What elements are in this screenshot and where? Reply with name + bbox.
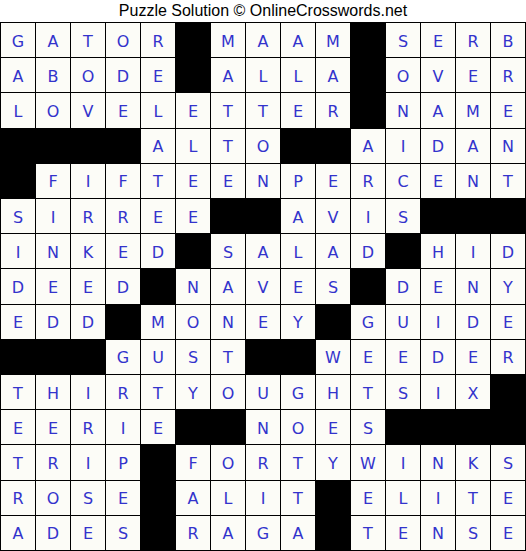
letter-cell: S: [316, 269, 350, 303]
letter-cell: R: [71, 410, 105, 444]
letter-cell: G: [281, 375, 315, 409]
letter-cell: D: [141, 234, 175, 268]
letter-cell: O: [36, 93, 70, 127]
crossword-solution-page: Puzzle Solution © OnlineCrosswords.net G…: [0, 0, 526, 551]
letter-cell: L: [281, 234, 315, 268]
block-cell: [281, 129, 315, 163]
letter-cell: T: [141, 164, 175, 198]
block-cell: [491, 199, 525, 233]
letter-cell: N: [491, 129, 525, 163]
letter-cell: E: [491, 305, 525, 339]
letter-cell: R: [316, 93, 350, 127]
letter-cell: E: [36, 269, 70, 303]
letter-cell: S: [176, 340, 210, 374]
letter-cell: L: [211, 481, 245, 515]
letter-cell: T: [491, 164, 525, 198]
letter-cell: A: [211, 516, 245, 550]
letter-cell: D: [456, 305, 490, 339]
letter-cell: E: [1, 305, 35, 339]
block-cell: [106, 129, 140, 163]
block-cell: [491, 375, 525, 409]
letter-cell: H: [421, 234, 455, 268]
letter-cell: V: [71, 93, 105, 127]
letter-cell: E: [176, 199, 210, 233]
letter-cell: M: [211, 23, 245, 57]
letter-cell: E: [141, 410, 175, 444]
letter-cell: E: [421, 269, 455, 303]
letter-cell: M: [141, 305, 175, 339]
letter-cell: N: [421, 445, 455, 479]
letter-cell: O: [106, 23, 140, 57]
letter-cell: T: [211, 93, 245, 127]
letter-cell: S: [456, 516, 490, 550]
letter-cell: R: [491, 58, 525, 92]
letter-cell: D: [1, 269, 35, 303]
letter-cell: V: [316, 199, 350, 233]
letter-cell: V: [421, 58, 455, 92]
letter-cell: E: [106, 481, 140, 515]
letter-cell: T: [71, 23, 105, 57]
letter-cell: S: [106, 516, 140, 550]
letter-cell: R: [106, 375, 140, 409]
letter-cell: A: [211, 269, 245, 303]
block-cell: [176, 58, 210, 92]
letter-cell: D: [36, 516, 70, 550]
block-cell: [1, 129, 35, 163]
letter-cell: P: [106, 445, 140, 479]
letter-cell: L: [141, 93, 175, 127]
letter-cell: K: [71, 234, 105, 268]
letter-cell: T: [141, 375, 175, 409]
letter-cell: H: [36, 375, 70, 409]
letter-cell: N: [456, 164, 490, 198]
letter-cell: E: [421, 23, 455, 57]
letter-cell: B: [36, 58, 70, 92]
letter-cell: E: [281, 93, 315, 127]
letter-cell: E: [106, 234, 140, 268]
letter-cell: I: [1, 234, 35, 268]
letter-cell: M: [456, 93, 490, 127]
letter-cell: I: [71, 164, 105, 198]
letter-cell: U: [246, 375, 280, 409]
letter-cell: I: [246, 481, 280, 515]
letter-cell: E: [421, 164, 455, 198]
letter-cell: I: [351, 199, 385, 233]
block-cell: [316, 129, 350, 163]
letter-cell: T: [281, 445, 315, 479]
letter-cell: N: [386, 93, 420, 127]
letter-cell: S: [491, 445, 525, 479]
letter-cell: Y: [176, 375, 210, 409]
letter-cell: L: [176, 129, 210, 163]
letter-cell: G: [1, 23, 35, 57]
letter-cell: W: [351, 445, 385, 479]
letter-cell: N: [246, 410, 280, 444]
letter-cell: R: [351, 164, 385, 198]
letter-cell: E: [351, 481, 385, 515]
letter-cell: I: [106, 410, 140, 444]
letter-cell: I: [456, 234, 490, 268]
letter-cell: E: [281, 269, 315, 303]
block-cell: [246, 340, 280, 374]
letter-cell: E: [106, 93, 140, 127]
letter-cell: E: [1, 410, 35, 444]
letter-cell: S: [211, 234, 245, 268]
letter-cell: I: [71, 445, 105, 479]
letter-cell: B: [491, 23, 525, 57]
letter-cell: E: [456, 58, 490, 92]
letter-cell: E: [316, 410, 350, 444]
letter-cell: R: [491, 340, 525, 374]
block-cell: [141, 269, 175, 303]
letter-cell: O: [71, 58, 105, 92]
letter-cell: G: [246, 516, 280, 550]
letter-cell: Y: [316, 445, 350, 479]
letter-cell: E: [316, 164, 350, 198]
letter-cell: T: [211, 129, 245, 163]
letter-cell: R: [106, 199, 140, 233]
letter-cell: O: [281, 410, 315, 444]
block-cell: [211, 199, 245, 233]
block-cell: [421, 199, 455, 233]
block-cell: [106, 305, 140, 339]
letter-cell: N: [246, 164, 280, 198]
letter-cell: A: [421, 93, 455, 127]
letter-cell: G: [351, 305, 385, 339]
letter-cell: T: [456, 481, 490, 515]
letter-cell: D: [491, 234, 525, 268]
letter-cell: I: [71, 375, 105, 409]
letter-cell: N: [211, 305, 245, 339]
letter-cell: L: [246, 58, 280, 92]
letter-cell: E: [351, 340, 385, 374]
letter-cell: E: [36, 410, 70, 444]
letter-cell: S: [386, 23, 420, 57]
letter-cell: F: [106, 164, 140, 198]
letter-cell: E: [211, 164, 245, 198]
block-cell: [386, 234, 420, 268]
letter-cell: O: [36, 481, 70, 515]
letter-cell: E: [491, 481, 525, 515]
block-cell: [456, 199, 490, 233]
letter-cell: I: [421, 481, 455, 515]
letter-cell: R: [456, 23, 490, 57]
block-cell: [351, 58, 385, 92]
letter-cell: E: [456, 340, 490, 374]
letter-cell: D: [351, 234, 385, 268]
letter-cell: E: [491, 516, 525, 550]
letter-cell: A: [456, 129, 490, 163]
letter-cell: A: [281, 199, 315, 233]
letter-cell: D: [421, 129, 455, 163]
letter-cell: T: [211, 340, 245, 374]
block-cell: [281, 340, 315, 374]
letter-cell: S: [351, 410, 385, 444]
block-cell: [386, 410, 420, 444]
letter-cell: V: [246, 269, 280, 303]
letter-cell: E: [141, 199, 175, 233]
block-cell: [141, 516, 175, 550]
block-cell: [1, 340, 35, 374]
letter-cell: R: [246, 445, 280, 479]
letter-cell: I: [386, 129, 420, 163]
letter-cell: A: [36, 23, 70, 57]
letter-cell: A: [1, 516, 35, 550]
letter-cell: R: [36, 445, 70, 479]
letter-cell: T: [1, 445, 35, 479]
block-cell: [71, 340, 105, 374]
letter-cell: E: [71, 269, 105, 303]
letter-cell: T: [281, 481, 315, 515]
block-cell: [246, 199, 280, 233]
letter-cell: I: [36, 199, 70, 233]
block-cell: [141, 445, 175, 479]
block-cell: [456, 410, 490, 444]
letter-cell: O: [211, 375, 245, 409]
letter-cell: T: [351, 375, 385, 409]
block-cell: [351, 93, 385, 127]
letter-cell: N: [36, 234, 70, 268]
letter-cell: K: [456, 445, 490, 479]
letter-cell: U: [141, 340, 175, 374]
letter-cell: D: [71, 305, 105, 339]
letter-cell: P: [281, 164, 315, 198]
letter-cell: D: [421, 340, 455, 374]
letter-cell: X: [456, 375, 490, 409]
letter-cell: E: [386, 340, 420, 374]
letter-cell: A: [351, 129, 385, 163]
letter-cell: D: [106, 58, 140, 92]
letter-cell: L: [386, 481, 420, 515]
block-cell: [141, 481, 175, 515]
block-cell: [351, 269, 385, 303]
letter-cell: A: [141, 129, 175, 163]
letter-cell: A: [176, 481, 210, 515]
letter-cell: H: [316, 375, 350, 409]
block-cell: [1, 164, 35, 198]
letter-cell: R: [141, 23, 175, 57]
letter-cell: S: [386, 199, 420, 233]
letter-cell: A: [211, 58, 245, 92]
letter-cell: D: [36, 305, 70, 339]
page-title: Puzzle Solution © OnlineCrosswords.net: [0, 0, 526, 22]
letter-cell: A: [246, 234, 280, 268]
block-cell: [316, 481, 350, 515]
crossword-grid: GATORMAAMSERBABODEALLAOVERLOVELETTERNAME…: [0, 22, 526, 551]
block-cell: [176, 410, 210, 444]
letter-cell: A: [1, 58, 35, 92]
letter-cell: R: [176, 516, 210, 550]
letter-cell: F: [176, 445, 210, 479]
letter-cell: N: [176, 269, 210, 303]
letter-cell: U: [386, 305, 420, 339]
block-cell: [316, 516, 350, 550]
letter-cell: E: [176, 164, 210, 198]
block-cell: [36, 129, 70, 163]
block-cell: [36, 340, 70, 374]
letter-cell: C: [386, 164, 420, 198]
letter-cell: M: [316, 23, 350, 57]
letter-cell: O: [176, 305, 210, 339]
letter-cell: A: [316, 234, 350, 268]
letter-cell: A: [316, 58, 350, 92]
letter-cell: R: [1, 481, 35, 515]
letter-cell: S: [71, 481, 105, 515]
letter-cell: O: [386, 58, 420, 92]
letter-cell: E: [71, 516, 105, 550]
letter-cell: T: [351, 516, 385, 550]
letter-cell: S: [1, 199, 35, 233]
letter-cell: W: [316, 340, 350, 374]
letter-cell: T: [246, 93, 280, 127]
letter-cell: R: [71, 199, 105, 233]
letter-cell: I: [386, 445, 420, 479]
block-cell: [176, 234, 210, 268]
letter-cell: L: [1, 93, 35, 127]
block-cell: [491, 410, 525, 444]
letter-cell: A: [246, 23, 280, 57]
letter-cell: E: [246, 305, 280, 339]
letter-cell: E: [176, 93, 210, 127]
letter-cell: O: [211, 445, 245, 479]
letter-cell: T: [1, 375, 35, 409]
letter-cell: E: [386, 516, 420, 550]
block-cell: [316, 305, 350, 339]
block-cell: [421, 410, 455, 444]
letter-cell: D: [386, 269, 420, 303]
block-cell: [176, 23, 210, 57]
letter-cell: F: [36, 164, 70, 198]
letter-cell: A: [281, 23, 315, 57]
letter-cell: N: [456, 269, 490, 303]
letter-cell: I: [421, 305, 455, 339]
letter-cell: A: [281, 516, 315, 550]
letter-cell: D: [106, 269, 140, 303]
letter-cell: Y: [281, 305, 315, 339]
block-cell: [211, 410, 245, 444]
letter-cell: L: [281, 58, 315, 92]
letter-cell: I: [421, 375, 455, 409]
letter-cell: G: [106, 340, 140, 374]
block-cell: [71, 129, 105, 163]
letter-cell: S: [386, 375, 420, 409]
letter-cell: E: [491, 93, 525, 127]
letter-cell: N: [421, 516, 455, 550]
letter-cell: O: [246, 129, 280, 163]
letter-cell: Y: [491, 269, 525, 303]
letter-cell: E: [141, 58, 175, 92]
block-cell: [351, 23, 385, 57]
